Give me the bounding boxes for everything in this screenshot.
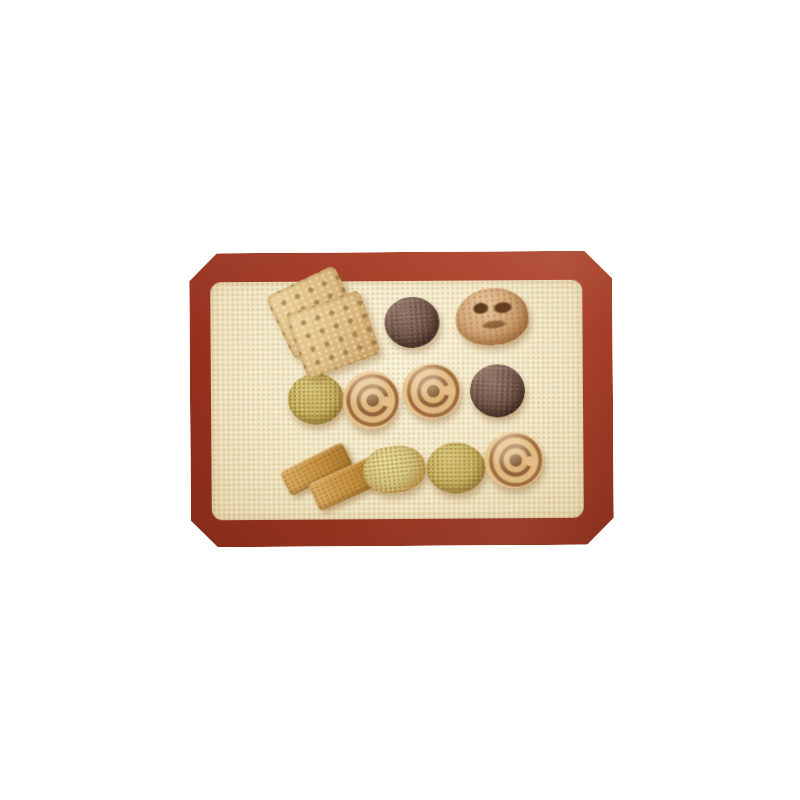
cookie-butter-swirl-1 (341, 369, 401, 431)
cookie-layer (189, 251, 614, 548)
cookie-oval-shortbread (361, 442, 428, 496)
cookie-choc-drop-2 (468, 363, 525, 418)
baking-mat (189, 251, 614, 548)
cookie-pretzel-cookie (452, 284, 531, 349)
cookie-olive-round-1 (288, 373, 344, 424)
cookie-butter-swirl-2 (400, 362, 462, 420)
cookie-olive-round-2 (426, 442, 485, 493)
cookie-choc-drop-1 (382, 294, 441, 349)
photo-canvas (0, 0, 800, 800)
cookie-butter-swirl-3 (482, 430, 544, 490)
